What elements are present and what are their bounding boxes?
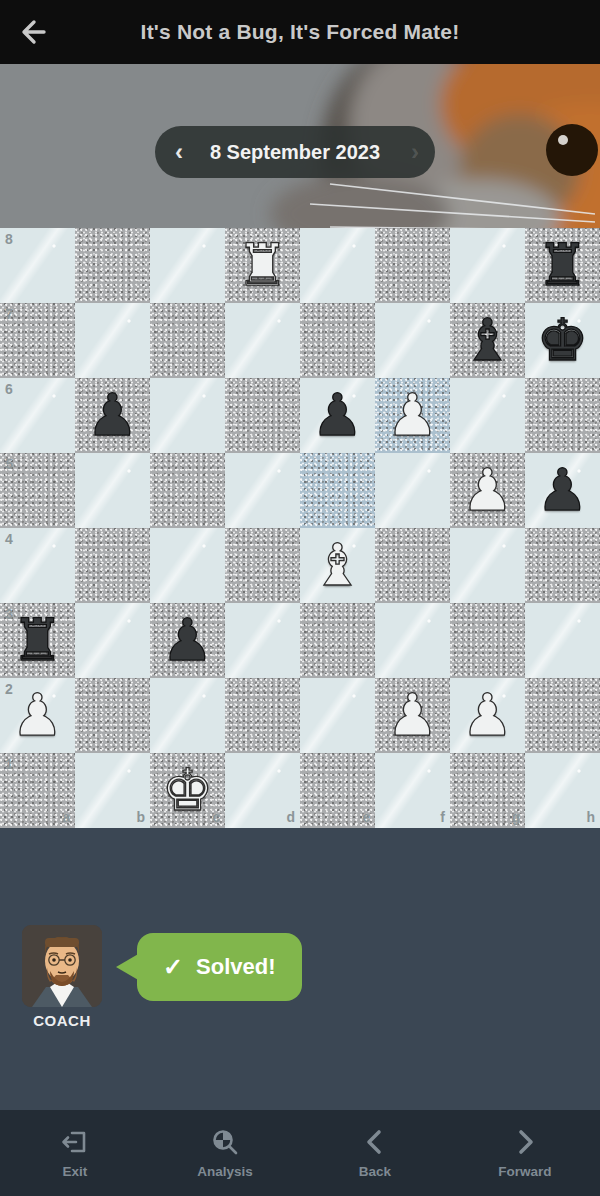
previous-day-chevron[interactable]: ‹ <box>175 140 183 164</box>
square-c2[interactable] <box>150 678 225 753</box>
square-h7[interactable]: ♚ <box>525 303 600 378</box>
square-a8[interactable]: 8 <box>0 228 75 303</box>
square-a2[interactable]: 2♟ <box>0 678 75 753</box>
white-rook: ♜ <box>237 228 289 303</box>
square-a3[interactable]: 3♜ <box>0 603 75 678</box>
chess-board: 8♜♜7♝♚6♟♟♟5♟♟4♝3♜♟2♟♟♟1abc♚defgh <box>0 228 600 828</box>
file-label-h: h <box>586 810 595 824</box>
file-label-b: b <box>136 810 145 824</box>
square-e4[interactable]: ♝ <box>300 528 375 603</box>
white-bishop: ♝ <box>312 528 364 603</box>
square-d6[interactable] <box>225 378 300 453</box>
forward-label: Forward <box>498 1164 551 1179</box>
white-king: ♚ <box>162 753 214 828</box>
black-king: ♚ <box>537 303 589 378</box>
square-f7[interactable] <box>375 303 450 378</box>
square-h3[interactable] <box>525 603 600 678</box>
square-f6[interactable]: ♟ <box>375 378 450 453</box>
square-b2[interactable] <box>75 678 150 753</box>
square-c5[interactable] <box>150 453 225 528</box>
square-g6[interactable] <box>450 378 525 453</box>
square-c6[interactable] <box>150 378 225 453</box>
chevron-right-icon <box>510 1127 540 1157</box>
exit-button[interactable]: Exit <box>0 1110 150 1196</box>
exit-icon <box>60 1127 90 1157</box>
square-g3[interactable] <box>450 603 525 678</box>
date-selector: ‹ 8 September 2023 › <box>155 126 435 178</box>
square-g1[interactable]: g <box>450 753 525 828</box>
black-pawn: ♟ <box>87 378 139 453</box>
square-e2[interactable] <box>300 678 375 753</box>
square-b6[interactable]: ♟ <box>75 378 150 453</box>
black-rook: ♜ <box>537 228 589 303</box>
square-g7[interactable]: ♝ <box>450 303 525 378</box>
square-d5[interactable] <box>225 453 300 528</box>
analysis-label: Analysis <box>197 1164 253 1179</box>
square-d2[interactable] <box>225 678 300 753</box>
square-h5[interactable]: ♟ <box>525 453 600 528</box>
coach-name: COACH <box>22 1012 102 1029</box>
rank-label-3: 3 <box>5 607 13 621</box>
next-day-chevron[interactable]: › <box>411 140 419 164</box>
square-a1[interactable]: 1a <box>0 753 75 828</box>
square-f3[interactable] <box>375 603 450 678</box>
square-e3[interactable] <box>300 603 375 678</box>
square-e8[interactable] <box>300 228 375 303</box>
square-b1[interactable]: b <box>75 753 150 828</box>
solved-text: Solved! <box>196 954 275 980</box>
square-g4[interactable] <box>450 528 525 603</box>
hero-banner: ‹ 8 September 2023 › <box>0 64 600 228</box>
square-g2[interactable]: ♟ <box>450 678 525 753</box>
file-label-e: e <box>362 810 370 824</box>
exit-label: Exit <box>63 1164 88 1179</box>
rank-label-7: 7 <box>5 307 13 321</box>
square-f5[interactable] <box>375 453 450 528</box>
back-arrow-icon <box>17 17 47 47</box>
square-a7[interactable]: 7 <box>0 303 75 378</box>
square-h4[interactable] <box>525 528 600 603</box>
square-c7[interactable] <box>150 303 225 378</box>
square-b4[interactable] <box>75 528 150 603</box>
file-label-d: d <box>286 810 295 824</box>
file-label-c: c <box>212 810 220 824</box>
square-h2[interactable] <box>525 678 600 753</box>
square-e5[interactable] <box>300 453 375 528</box>
black-pawn: ♟ <box>162 603 214 678</box>
square-f4[interactable] <box>375 528 450 603</box>
square-d4[interactable] <box>225 528 300 603</box>
black-pawn: ♟ <box>537 453 589 528</box>
rank-label-6: 6 <box>5 382 13 396</box>
square-c8[interactable] <box>150 228 225 303</box>
rank-label-2: 2 <box>5 682 13 696</box>
back-button[interactable] <box>0 0 64 64</box>
black-bishop: ♝ <box>462 303 514 378</box>
file-label-f: f <box>440 810 445 824</box>
file-label-g: g <box>511 810 520 824</box>
black-pawn: ♟ <box>312 378 364 453</box>
square-a6[interactable]: 6 <box>0 378 75 453</box>
white-pawn: ♟ <box>462 678 514 753</box>
page-title: It's Not a Bug, It's Forced Mate! <box>0 20 600 44</box>
square-f1[interactable]: f <box>375 753 450 828</box>
back-label: Back <box>359 1164 391 1179</box>
square-g5[interactable]: ♟ <box>450 453 525 528</box>
black-rook: ♜ <box>12 603 64 678</box>
square-b8[interactable] <box>75 228 150 303</box>
square-d3[interactable] <box>225 603 300 678</box>
analysis-icon <box>210 1127 240 1157</box>
forward-move-button[interactable]: Forward <box>450 1110 600 1196</box>
rank-label-5: 5 <box>5 457 13 471</box>
rank-label-1: 1 <box>5 757 13 771</box>
square-b7[interactable] <box>75 303 150 378</box>
file-label-a: a <box>62 810 70 824</box>
square-h6[interactable] <box>525 378 600 453</box>
square-f2[interactable]: ♟ <box>375 678 450 753</box>
square-d1[interactable]: d <box>225 753 300 828</box>
puzzle-date: 8 September 2023 <box>210 141 380 164</box>
bottom-nav: Exit Analysis Back Forward <box>0 1110 600 1196</box>
square-f8[interactable] <box>375 228 450 303</box>
feedback-area: COACH ✓ Solved! <box>0 828 600 1110</box>
square-e7[interactable] <box>300 303 375 378</box>
square-a4[interactable]: 4 <box>0 528 75 603</box>
back-move-button[interactable]: Back <box>300 1110 450 1196</box>
square-b3[interactable] <box>75 603 150 678</box>
square-d8[interactable]: ♜ <box>225 228 300 303</box>
square-h8[interactable]: ♜ <box>525 228 600 303</box>
white-pawn: ♟ <box>387 678 439 753</box>
square-h1[interactable]: h <box>525 753 600 828</box>
solved-bubble: ✓ Solved! <box>137 933 302 1001</box>
coach-avatar-image <box>22 925 102 1007</box>
white-pawn: ♟ <box>12 678 64 753</box>
square-e1[interactable]: e <box>300 753 375 828</box>
white-pawn: ♟ <box>462 453 514 528</box>
puzzle-screen: It's Not a Bug, It's Forced Mate! <box>0 0 600 1196</box>
square-c1[interactable]: c♚ <box>150 753 225 828</box>
square-g8[interactable] <box>450 228 525 303</box>
check-icon: ✓ <box>163 953 183 981</box>
top-bar: It's Not a Bug, It's Forced Mate! <box>0 0 600 64</box>
coach-avatar <box>22 925 102 1007</box>
rank-label-4: 4 <box>5 532 13 546</box>
square-d7[interactable] <box>225 303 300 378</box>
square-b5[interactable] <box>75 453 150 528</box>
square-e6[interactable]: ♟ <box>300 378 375 453</box>
chevron-left-icon <box>360 1127 390 1157</box>
analysis-button[interactable]: Analysis <box>150 1110 300 1196</box>
white-pawn: ♟ <box>387 378 439 453</box>
square-c4[interactable] <box>150 528 225 603</box>
square-c3[interactable]: ♟ <box>150 603 225 678</box>
square-a5[interactable]: 5 <box>0 453 75 528</box>
rank-label-8: 8 <box>5 232 13 246</box>
